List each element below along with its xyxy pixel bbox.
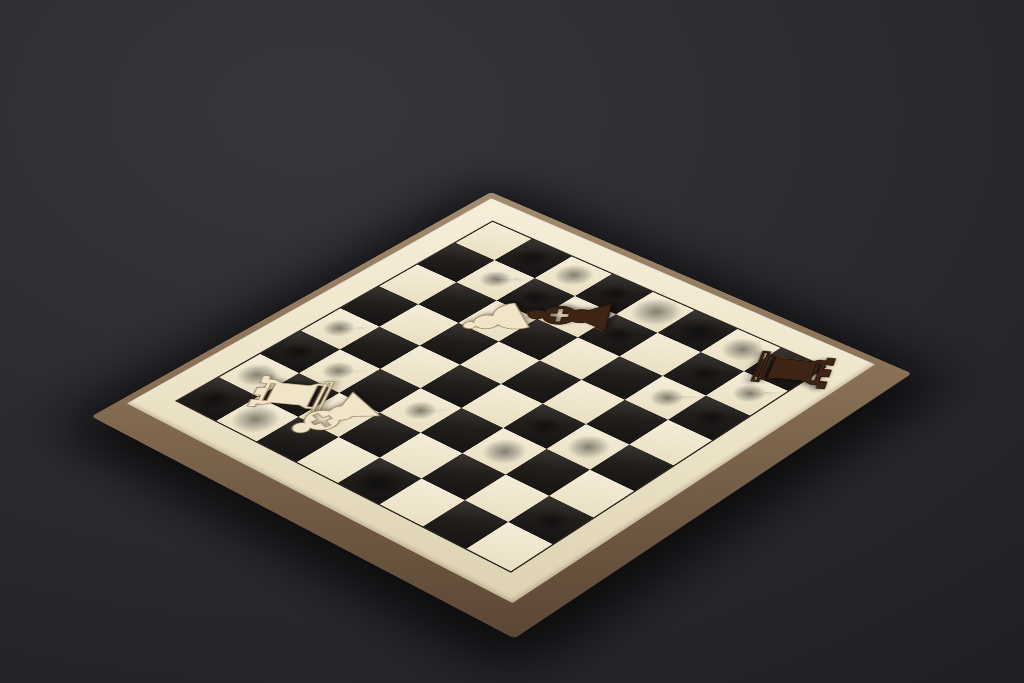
camera-perspective: ♜♞♟♚♛♝♜♟♟♝♟♟♟♟♟♟♟♟♞♟♟♟♝♞♜♝♟♜♛♚ <box>60 0 943 683</box>
chess-board: ♜♞♟♚♛♝♜♟♟♝♟♟♟♟♟♟♟♟♞♟♟♟♝♞♜♝♟♜♛♚ <box>127 198 876 603</box>
pieces-layer: ♜♞♟♚♛♝♜♟♟♝♟♟♟♟♟♟♟♟♞♟♟♟♝♞♜♝♟♜♛♚ <box>175 221 827 573</box>
piece-white-pawn[interactable]: ♟ <box>452 431 647 532</box>
piece-white-king[interactable]: ♚ <box>278 340 472 493</box>
